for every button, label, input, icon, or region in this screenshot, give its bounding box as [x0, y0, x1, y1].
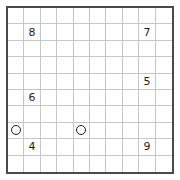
cell-r1c5[interactable]: [74, 8, 90, 24]
cell-r4c8[interactable]: [123, 57, 139, 73]
cell-r2c1[interactable]: [8, 24, 24, 40]
cell-r4c7[interactable]: [106, 57, 122, 73]
cell-r3c1[interactable]: [8, 41, 24, 57]
cell-r7c7[interactable]: [106, 106, 122, 122]
cell-r9c8[interactable]: [123, 139, 139, 155]
cell-r7c2[interactable]: [24, 106, 40, 122]
cell-r6c3[interactable]: [41, 90, 57, 106]
cell-r8c6[interactable]: [90, 123, 106, 139]
cell-r3c4[interactable]: [57, 41, 73, 57]
cell-r8c7[interactable]: [106, 123, 122, 139]
cell-r6c1[interactable]: [8, 90, 24, 106]
cell-r9c3[interactable]: [41, 139, 57, 155]
cell-r6c10[interactable]: [156, 90, 172, 106]
cell-r2c7[interactable]: [106, 24, 122, 40]
cell-r3c6[interactable]: [90, 41, 106, 57]
cell-r9c6[interactable]: [90, 139, 106, 155]
cell-r3c7[interactable]: [106, 41, 122, 57]
number-clue: 7: [143, 27, 150, 38]
cell-r5c1[interactable]: [8, 74, 24, 90]
cell-r7c5[interactable]: [74, 106, 90, 122]
circle-clue-icon: [76, 125, 86, 135]
cell-r8c3[interactable]: [41, 123, 57, 139]
number-clue: 5: [143, 76, 150, 87]
cell-r3c8[interactable]: [123, 41, 139, 57]
cell-r9c2[interactable]: 4: [24, 139, 40, 155]
cell-r5c4[interactable]: [57, 74, 73, 90]
cell-r2c9[interactable]: 7: [139, 24, 155, 40]
cell-r4c10[interactable]: [156, 57, 172, 73]
number-clue: 8: [29, 27, 36, 38]
cell-r1c7[interactable]: [106, 8, 122, 24]
cell-r6c5[interactable]: [74, 90, 90, 106]
puzzle-board: 875649: [6, 6, 174, 174]
cell-r2c6[interactable]: [90, 24, 106, 40]
cell-r1c9[interactable]: [139, 8, 155, 24]
cell-r9c7[interactable]: [106, 139, 122, 155]
cell-r5c6[interactable]: [90, 74, 106, 90]
cell-r10c5[interactable]: [74, 156, 90, 172]
cell-r4c9[interactable]: [139, 57, 155, 73]
cell-r3c10[interactable]: [156, 41, 172, 57]
cell-r6c9[interactable]: [139, 90, 155, 106]
cell-r10c7[interactable]: [106, 156, 122, 172]
cell-r7c4[interactable]: [57, 106, 73, 122]
cell-r2c4[interactable]: [57, 24, 73, 40]
cell-r9c9[interactable]: 9: [139, 139, 155, 155]
number-clue: 4: [29, 141, 36, 152]
cell-r10c2[interactable]: [24, 156, 40, 172]
cell-r2c8[interactable]: [123, 24, 139, 40]
cell-r1c4[interactable]: [57, 8, 73, 24]
cell-r10c8[interactable]: [123, 156, 139, 172]
cell-r6c6[interactable]: [90, 90, 106, 106]
cell-r8c4[interactable]: [57, 123, 73, 139]
number-clue: 9: [143, 141, 150, 152]
cell-r5c7[interactable]: [106, 74, 122, 90]
cell-r1c2[interactable]: [24, 8, 40, 24]
cell-r7c9[interactable]: [139, 106, 155, 122]
cell-r7c6[interactable]: [90, 106, 106, 122]
cell-r10c4[interactable]: [57, 156, 73, 172]
cell-r1c8[interactable]: [123, 8, 139, 24]
cell-r8c10[interactable]: [156, 123, 172, 139]
cell-r8c8[interactable]: [123, 123, 139, 139]
cell-r4c4[interactable]: [57, 57, 73, 73]
cell-r3c2[interactable]: [24, 41, 40, 57]
cell-r6c8[interactable]: [123, 90, 139, 106]
cell-r4c6[interactable]: [90, 57, 106, 73]
cell-r8c5[interactable]: [74, 123, 90, 139]
cell-r1c10[interactable]: [156, 8, 172, 24]
cell-r3c9[interactable]: [139, 41, 155, 57]
cell-r5c8[interactable]: [123, 74, 139, 90]
cell-r4c3[interactable]: [41, 57, 57, 73]
cell-r9c5[interactable]: [74, 139, 90, 155]
cell-r10c9[interactable]: [139, 156, 155, 172]
cell-r10c1[interactable]: [8, 156, 24, 172]
cell-r5c2[interactable]: [24, 74, 40, 90]
cell-r2c3[interactable]: [41, 24, 57, 40]
cell-r7c1[interactable]: [8, 106, 24, 122]
cell-r5c9[interactable]: 5: [139, 74, 155, 90]
cell-r9c4[interactable]: [57, 139, 73, 155]
cell-r7c8[interactable]: [123, 106, 139, 122]
cell-r4c5[interactable]: [74, 57, 90, 73]
cell-r2c2[interactable]: 8: [24, 24, 40, 40]
cell-r8c9[interactable]: [139, 123, 155, 139]
cell-r8c1[interactable]: [8, 123, 24, 139]
cell-r3c5[interactable]: [74, 41, 90, 57]
cell-r1c1[interactable]: [8, 8, 24, 24]
cell-r9c1[interactable]: [8, 139, 24, 155]
cell-r6c4[interactable]: [57, 90, 73, 106]
cell-r6c7[interactable]: [106, 90, 122, 106]
cell-r10c10[interactable]: [156, 156, 172, 172]
cell-r7c10[interactable]: [156, 106, 172, 122]
cell-r3c3[interactable]: [41, 41, 57, 57]
cell-r1c3[interactable]: [41, 8, 57, 24]
cell-r5c10[interactable]: [156, 74, 172, 90]
circle-clue-icon: [11, 125, 21, 135]
cell-r8c2[interactable]: [24, 123, 40, 139]
number-clue: 6: [29, 92, 36, 103]
cell-r2c10[interactable]: [156, 24, 172, 40]
cell-r1c6[interactable]: [90, 8, 106, 24]
cell-r9c10[interactable]: [156, 139, 172, 155]
cell-r5c3[interactable]: [41, 74, 57, 90]
cell-r6c2[interactable]: 6: [24, 90, 40, 106]
cell-r10c6[interactable]: [90, 156, 106, 172]
cell-r10c3[interactable]: [41, 156, 57, 172]
cell-r5c5[interactable]: [74, 74, 90, 90]
cell-r4c2[interactable]: [24, 57, 40, 73]
cell-r4c1[interactable]: [8, 57, 24, 73]
cell-r2c5[interactable]: [74, 24, 90, 40]
cell-r7c3[interactable]: [41, 106, 57, 122]
